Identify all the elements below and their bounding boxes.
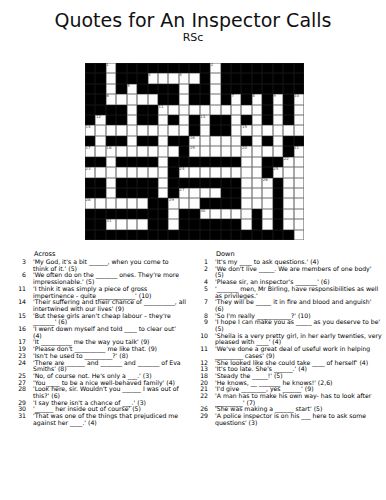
black-cell	[127, 178, 137, 188]
page: Quotes for An Inspector Calls RSc 123456…	[0, 0, 386, 500]
white-cell[interactable]	[127, 219, 137, 229]
clue-number-2: 2	[211, 63, 214, 67]
white-cell[interactable]	[116, 167, 126, 177]
white-cell[interactable]: 25	[273, 167, 283, 177]
white-cell[interactable]: 30	[200, 209, 210, 219]
black-cell	[189, 84, 199, 94]
white-cell[interactable]	[231, 105, 241, 115]
white-cell[interactable]: 31	[106, 219, 116, 229]
white-cell[interactable]	[127, 167, 137, 177]
white-cell[interactable]	[168, 73, 178, 83]
clue-text: 'Look here, sir. Wouldn't you ______ I w…	[33, 386, 186, 399]
white-cell[interactable]: 4	[179, 73, 189, 83]
black-cell	[179, 209, 189, 219]
white-cell[interactable]	[262, 198, 272, 208]
black-cell	[283, 105, 293, 115]
black-cell	[116, 105, 126, 115]
white-cell[interactable]	[158, 136, 168, 146]
black-cell	[210, 219, 220, 229]
black-cell	[252, 230, 262, 240]
black-cell	[262, 73, 272, 83]
black-cell	[210, 115, 220, 125]
white-cell[interactable]	[116, 146, 126, 156]
white-cell[interactable]: 8	[252, 94, 262, 104]
white-cell[interactable]	[294, 105, 304, 115]
clue-num: 11	[190, 346, 215, 353]
white-cell[interactable]	[283, 178, 293, 188]
black-cell	[283, 63, 293, 73]
black-cell	[148, 105, 158, 115]
clue-number-26: 26	[263, 178, 268, 182]
black-cell	[137, 63, 147, 73]
white-cell[interactable]: 28	[85, 198, 95, 208]
black-cell	[200, 94, 210, 104]
white-cell[interactable]: 24	[179, 167, 189, 177]
white-cell[interactable]	[106, 157, 116, 167]
clue-number-12: 12	[96, 115, 101, 119]
white-cell[interactable]	[283, 219, 293, 229]
white-cell[interactable]	[116, 94, 126, 104]
white-cell[interactable]	[95, 136, 105, 146]
white-cell[interactable]	[168, 146, 178, 156]
white-cell[interactable]	[221, 136, 231, 146]
white-cell[interactable]	[127, 115, 137, 125]
black-cell	[221, 198, 231, 208]
white-cell[interactable]	[273, 125, 283, 135]
black-cell	[252, 73, 262, 83]
white-cell[interactable]	[95, 167, 105, 177]
black-cell	[179, 146, 189, 156]
clue-across-16: 16'I went down myself and told ____ to c…	[8, 326, 186, 339]
black-cell	[148, 198, 158, 208]
clue-num: 3	[8, 259, 33, 266]
black-cell	[158, 84, 168, 94]
black-cell	[262, 84, 272, 94]
white-cell[interactable]: 27	[179, 188, 189, 198]
black-cell	[241, 73, 251, 83]
clue-down-7: 7'They will be _____ it in fire and bloo…	[190, 299, 382, 312]
black-cell	[116, 188, 126, 198]
white-cell[interactable]	[294, 188, 304, 198]
black-cell	[231, 63, 241, 73]
white-cell[interactable]	[137, 219, 147, 229]
white-cell[interactable]	[189, 105, 199, 115]
clue-number-27: 27	[179, 188, 184, 192]
black-cell	[262, 157, 272, 167]
white-cell[interactable]	[294, 157, 304, 167]
white-cell[interactable]	[106, 178, 116, 188]
white-cell[interactable]	[106, 188, 116, 198]
black-cell	[200, 230, 210, 240]
white-cell[interactable]	[158, 125, 168, 135]
white-cell[interactable]	[127, 105, 137, 115]
black-cell	[95, 209, 105, 219]
black-cell	[221, 63, 231, 73]
white-cell[interactable]	[210, 73, 220, 83]
white-cell[interactable]	[252, 115, 262, 125]
black-cell	[116, 178, 126, 188]
white-cell[interactable]	[241, 209, 251, 219]
black-cell	[210, 157, 220, 167]
white-cell[interactable]	[95, 146, 105, 156]
white-cell[interactable]	[158, 178, 168, 188]
clue-text: 'We've done a great deal of useful work …	[215, 346, 382, 359]
white-cell[interactable]	[168, 209, 178, 219]
white-cell[interactable]	[283, 125, 293, 135]
white-cell[interactable]	[116, 219, 126, 229]
white-cell[interactable]	[127, 198, 137, 208]
white-cell[interactable]	[148, 167, 158, 177]
white-cell[interactable]	[252, 146, 262, 156]
clue-num: 16	[8, 326, 33, 333]
white-cell[interactable]	[158, 188, 168, 198]
white-cell[interactable]	[262, 219, 272, 229]
white-cell[interactable]	[294, 115, 304, 125]
white-cell[interactable]	[294, 167, 304, 177]
white-cell[interactable]: 29	[168, 198, 178, 208]
white-cell[interactable]	[283, 209, 293, 219]
white-cell[interactable]	[137, 94, 147, 104]
white-cell[interactable]	[210, 94, 220, 104]
clue-across-24: 24'There are ______ and _______ and ____…	[8, 360, 186, 373]
white-cell[interactable]: 3	[148, 73, 158, 83]
black-cell	[116, 84, 126, 94]
clue-num: 24	[8, 360, 33, 367]
white-cell[interactable]	[200, 136, 210, 146]
white-cell[interactable]	[252, 178, 262, 188]
white-cell[interactable]	[294, 230, 304, 240]
black-cell	[241, 63, 251, 73]
black-cell	[85, 63, 95, 73]
white-cell[interactable]	[179, 105, 189, 115]
white-cell[interactable]	[210, 146, 220, 156]
black-cell	[127, 63, 137, 73]
white-cell[interactable]	[273, 136, 283, 146]
clue-num: 1	[190, 259, 215, 266]
white-cell[interactable]	[294, 219, 304, 229]
white-cell[interactable]	[189, 167, 199, 177]
white-cell[interactable]	[158, 115, 168, 125]
white-cell[interactable]	[200, 167, 210, 177]
white-cell[interactable]	[158, 167, 168, 177]
clue-number-15: 15	[242, 125, 247, 129]
black-cell	[137, 105, 147, 115]
clue-text: 'Sheila is a very pretty girl, in her ea…	[215, 333, 382, 346]
white-cell[interactable]: 18	[106, 146, 116, 156]
clue-number-11: 11	[159, 105, 164, 109]
white-cell[interactable]: 7	[231, 94, 241, 104]
white-cell[interactable]	[241, 178, 251, 188]
white-cell[interactable]	[231, 115, 241, 125]
white-cell[interactable]	[200, 125, 210, 135]
white-cell[interactable]	[127, 136, 137, 146]
white-cell[interactable]	[283, 198, 293, 208]
white-cell[interactable]	[294, 178, 304, 188]
black-cell	[137, 157, 147, 167]
white-cell[interactable]	[148, 125, 158, 135]
black-cell	[294, 63, 304, 73]
white-cell[interactable]	[241, 105, 251, 115]
black-cell	[283, 230, 293, 240]
white-cell[interactable]	[241, 219, 251, 229]
white-cell[interactable]: 26	[262, 178, 272, 188]
black-cell	[231, 73, 241, 83]
black-cell	[231, 198, 241, 208]
white-cell[interactable]	[273, 146, 283, 156]
clue-number-9: 9	[273, 94, 276, 98]
white-cell[interactable]: 6	[106, 94, 116, 104]
white-cell[interactable]	[106, 73, 116, 83]
white-cell[interactable]	[137, 198, 147, 208]
black-cell	[158, 63, 168, 73]
black-cell	[106, 115, 116, 125]
white-cell[interactable]	[189, 198, 199, 208]
white-cell[interactable]	[231, 125, 241, 135]
black-cell	[95, 178, 105, 188]
white-cell[interactable]: 10	[294, 94, 304, 104]
white-cell[interactable]	[106, 198, 116, 208]
white-cell[interactable]	[241, 188, 251, 198]
page-subtitle: RSc	[0, 31, 386, 44]
black-cell	[200, 73, 210, 83]
white-cell[interactable]	[262, 146, 272, 156]
black-cell	[221, 125, 231, 135]
white-cell[interactable]	[221, 167, 231, 177]
black-cell	[116, 115, 126, 125]
white-cell[interactable]	[95, 198, 105, 208]
clue-number-22: 22	[284, 157, 289, 161]
white-cell[interactable]	[158, 73, 168, 83]
white-cell[interactable]: 1	[106, 63, 116, 73]
black-cell	[210, 230, 220, 240]
white-cell[interactable]	[252, 125, 262, 135]
black-cell	[221, 73, 231, 83]
clue-number-29: 29	[169, 198, 174, 202]
white-cell[interactable]	[179, 84, 189, 94]
black-cell	[85, 178, 95, 188]
white-cell[interactable]	[127, 146, 137, 156]
clue-number-18: 18	[106, 146, 111, 150]
white-cell[interactable]	[231, 136, 241, 146]
clue-number-8: 8	[252, 94, 255, 98]
white-cell[interactable]: 2	[210, 63, 220, 73]
white-cell[interactable]	[116, 125, 126, 135]
black-cell	[95, 94, 105, 104]
white-cell[interactable]: 19	[189, 146, 199, 156]
black-cell	[252, 63, 262, 73]
white-cell[interactable]	[252, 157, 262, 167]
clue-number-6: 6	[106, 94, 109, 98]
white-cell[interactable]	[200, 146, 210, 156]
white-cell[interactable]	[252, 198, 262, 208]
white-cell[interactable]: 17	[85, 146, 95, 156]
white-cell[interactable]	[210, 167, 220, 177]
white-cell[interactable]	[106, 125, 116, 135]
black-cell	[189, 157, 199, 167]
white-cell[interactable]	[252, 167, 262, 177]
black-cell	[168, 94, 178, 104]
black-cell	[158, 219, 168, 229]
white-cell[interactable]: 15	[241, 125, 251, 135]
white-cell[interactable]	[189, 188, 199, 198]
black-cell	[189, 178, 199, 188]
clue-number-13: 13	[200, 115, 205, 119]
white-cell[interactable]	[252, 188, 262, 198]
white-cell[interactable]	[262, 125, 272, 135]
white-cell[interactable]	[221, 209, 231, 219]
white-cell[interactable]	[210, 209, 220, 219]
black-cell	[95, 219, 105, 229]
white-cell[interactable]	[179, 125, 189, 135]
clue-num: 8	[190, 313, 215, 320]
white-cell[interactable]: 22	[283, 157, 293, 167]
white-cell[interactable]	[283, 167, 293, 177]
black-cell	[116, 230, 126, 240]
black-cell	[116, 157, 126, 167]
white-cell[interactable]	[273, 105, 283, 115]
black-cell	[95, 73, 105, 83]
white-cell[interactable]	[241, 198, 251, 208]
white-cell[interactable]	[106, 167, 116, 177]
white-cell[interactable]	[231, 209, 241, 219]
clue-num: 14	[8, 299, 33, 306]
white-cell[interactable]	[148, 94, 158, 104]
across-list: 3'My God, it's a bit ______, when you co…	[8, 259, 186, 427]
crossword-board: 1234567891011121314151617181920212223242…	[85, 63, 304, 240]
white-cell[interactable]: 20	[241, 146, 251, 156]
white-cell[interactable]	[273, 115, 283, 125]
clue-text: 'There are ______ and _______ and ______…	[33, 360, 186, 373]
white-cell[interactable]	[168, 219, 178, 229]
white-cell[interactable]	[262, 188, 272, 198]
white-cell[interactable]	[148, 146, 158, 156]
white-cell[interactable]	[179, 94, 189, 104]
clue-down-11: 11'We've done a great deal of useful wor…	[190, 346, 382, 359]
white-cell[interactable]	[283, 188, 293, 198]
white-cell[interactable]	[210, 188, 220, 198]
black-cell	[116, 209, 126, 219]
white-cell[interactable]	[210, 136, 220, 146]
white-cell[interactable]	[294, 209, 304, 219]
clue-number-7: 7	[232, 94, 235, 98]
white-cell[interactable]	[179, 198, 189, 208]
white-cell[interactable]	[127, 125, 137, 135]
black-cell	[106, 230, 116, 240]
black-cell	[95, 188, 105, 198]
white-cell[interactable]	[241, 167, 251, 177]
clue-number-30: 30	[200, 209, 205, 213]
white-cell[interactable]: 14	[85, 125, 95, 135]
black-cell	[231, 230, 241, 240]
clue-text: 'Their suffering and their chance of ___…	[33, 299, 186, 312]
black-cell	[95, 63, 105, 73]
black-cell	[127, 230, 137, 240]
white-cell[interactable]	[210, 105, 220, 115]
white-cell[interactable]: 12	[95, 115, 105, 125]
black-cell	[85, 94, 95, 104]
black-cell	[231, 219, 241, 229]
white-cell[interactable]	[158, 146, 168, 156]
black-cell	[221, 157, 231, 167]
white-cell[interactable]	[137, 125, 147, 135]
white-cell[interactable]	[116, 198, 126, 208]
clue-num: 9	[190, 319, 215, 326]
white-cell[interactable]	[95, 125, 105, 135]
black-cell	[127, 157, 137, 167]
clue-number-1: 1	[106, 63, 109, 67]
black-cell	[148, 188, 158, 198]
down-list: 1'It's my ____ to ask questions.' (4)2'W…	[190, 259, 382, 427]
white-cell[interactable]	[200, 188, 210, 198]
white-cell[interactable]	[168, 125, 178, 135]
black-cell	[200, 219, 210, 229]
white-cell[interactable]: 13	[200, 115, 210, 125]
black-cell	[262, 136, 272, 146]
down-header: Down	[216, 250, 382, 258]
white-cell[interactable]: 5	[127, 84, 137, 94]
white-cell[interactable]	[179, 115, 189, 125]
white-cell[interactable]: 9	[273, 94, 283, 104]
clue-num: 29	[190, 413, 215, 420]
clue-down-5: 5'_______ men, Mr Birling, have responsi…	[190, 286, 382, 299]
clue-number-16: 16	[190, 136, 195, 140]
white-cell[interactable]: 23	[85, 167, 95, 177]
black-cell	[231, 178, 241, 188]
white-cell[interactable]	[221, 105, 231, 115]
black-cell	[221, 230, 231, 240]
white-cell[interactable]	[252, 136, 262, 146]
white-cell[interactable]	[221, 146, 231, 156]
black-cell	[241, 94, 251, 104]
black-cell	[148, 84, 158, 94]
black-cell	[106, 105, 116, 115]
white-cell[interactable]	[231, 146, 241, 156]
clue-across-31: 31'That was one of the things that preju…	[8, 413, 186, 426]
clue-down-2: 2'We don't live _____. We are members of…	[190, 266, 382, 279]
white-cell[interactable]	[252, 105, 262, 115]
black-cell	[200, 178, 210, 188]
white-cell[interactable]: 11	[158, 105, 168, 115]
black-cell	[137, 230, 147, 240]
black-cell	[273, 209, 283, 219]
clue-down-29: 29'A police inspector is on his ___ here…	[190, 413, 382, 426]
white-cell[interactable]	[168, 105, 178, 115]
black-cell	[116, 73, 126, 83]
white-cell[interactable]	[210, 84, 220, 94]
white-cell[interactable]	[231, 167, 241, 177]
black-cell	[221, 115, 231, 125]
white-cell[interactable]	[189, 73, 199, 83]
black-cell	[85, 84, 95, 94]
white-cell[interactable]	[127, 94, 137, 104]
black-cell	[189, 230, 199, 240]
black-cell	[221, 188, 231, 198]
white-cell[interactable]	[294, 125, 304, 135]
black-cell	[116, 136, 126, 146]
black-cell	[137, 115, 147, 125]
white-cell[interactable]	[137, 167, 147, 177]
black-cell	[273, 73, 283, 83]
white-cell[interactable]	[262, 209, 272, 219]
white-cell[interactable]	[241, 157, 251, 167]
white-cell[interactable]	[158, 157, 168, 167]
black-cell	[158, 230, 168, 240]
white-cell[interactable]	[294, 198, 304, 208]
black-cell	[85, 73, 95, 83]
clue-number-5: 5	[127, 84, 130, 88]
white-cell[interactable]: 21	[294, 146, 304, 156]
white-cell[interactable]	[137, 146, 147, 156]
